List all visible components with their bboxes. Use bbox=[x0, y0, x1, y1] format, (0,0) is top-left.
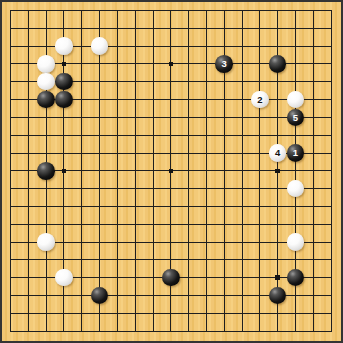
white-stone[interactable]: 2 bbox=[251, 91, 269, 109]
intersection-cell[interactable] bbox=[287, 180, 305, 198]
white-stone[interactable] bbox=[91, 37, 109, 55]
star-point bbox=[275, 275, 280, 280]
black-stone[interactable] bbox=[269, 55, 287, 73]
star-point-cell bbox=[162, 162, 180, 180]
white-stone[interactable] bbox=[287, 91, 305, 109]
black-stone[interactable] bbox=[37, 91, 55, 109]
intersection-cell[interactable]: 2 bbox=[251, 91, 269, 109]
intersection-cell[interactable] bbox=[287, 233, 305, 251]
intersection-cell[interactable] bbox=[37, 55, 55, 73]
star-point bbox=[62, 62, 67, 67]
star-point bbox=[169, 62, 174, 67]
intersection-cell[interactable] bbox=[269, 287, 287, 305]
black-stone[interactable] bbox=[91, 287, 109, 305]
white-stone[interactable] bbox=[37, 73, 55, 91]
black-stone[interactable] bbox=[162, 269, 180, 287]
black-stone[interactable]: 5 bbox=[287, 109, 305, 127]
white-stone[interactable] bbox=[55, 269, 73, 287]
intersection-cell[interactable] bbox=[37, 91, 55, 109]
intersection-cell[interactable] bbox=[162, 269, 180, 287]
go-board[interactable]: 32541 bbox=[0, 0, 343, 343]
star-point-cell bbox=[269, 162, 287, 180]
move-number-label: 2 bbox=[257, 95, 262, 105]
intersection-cell[interactable] bbox=[37, 162, 55, 180]
intersection-cell[interactable]: 4 bbox=[269, 144, 287, 162]
white-stone[interactable] bbox=[37, 55, 55, 73]
white-stone[interactable] bbox=[37, 233, 55, 251]
intersection-cell[interactable]: 1 bbox=[287, 144, 305, 162]
move-number-label: 3 bbox=[222, 59, 227, 69]
move-number-label: 5 bbox=[293, 113, 298, 123]
star-point bbox=[62, 169, 67, 174]
intersection-cell[interactable] bbox=[269, 55, 287, 73]
star-point bbox=[169, 169, 174, 174]
white-stone[interactable] bbox=[287, 180, 305, 198]
intersection-cell[interactable] bbox=[37, 233, 55, 251]
white-stone[interactable] bbox=[287, 233, 305, 251]
intersection-cell[interactable] bbox=[287, 91, 305, 109]
black-stone[interactable]: 3 bbox=[215, 55, 233, 73]
move-number-label: 4 bbox=[275, 148, 280, 158]
black-stone[interactable] bbox=[37, 162, 55, 180]
intersection-cell[interactable]: 3 bbox=[215, 55, 233, 73]
black-stone[interactable] bbox=[269, 287, 287, 305]
star-point-cell bbox=[269, 269, 287, 287]
intersection-cell[interactable] bbox=[55, 37, 73, 55]
intersection-cell[interactable] bbox=[55, 269, 73, 287]
star-point-cell bbox=[55, 55, 73, 73]
intersection-cell[interactable] bbox=[287, 269, 305, 287]
black-stone[interactable]: 1 bbox=[287, 144, 305, 162]
intersection-cell[interactable] bbox=[37, 73, 55, 91]
star-point-cell bbox=[162, 55, 180, 73]
star-point bbox=[275, 169, 280, 174]
black-stone[interactable] bbox=[55, 73, 73, 91]
intersection-cell[interactable]: 5 bbox=[287, 108, 305, 126]
white-stone[interactable]: 4 bbox=[269, 144, 287, 162]
intersection-cell[interactable] bbox=[91, 287, 109, 305]
black-stone[interactable] bbox=[287, 269, 305, 287]
intersection-cell[interactable] bbox=[55, 91, 73, 109]
star-point-cell bbox=[55, 162, 73, 180]
intersection-grid[interactable]: 32541 bbox=[2, 2, 340, 340]
intersection-cell[interactable] bbox=[91, 37, 109, 55]
black-stone[interactable] bbox=[55, 91, 73, 109]
move-number-label: 1 bbox=[293, 148, 298, 158]
intersection-cell[interactable] bbox=[55, 73, 73, 91]
white-stone[interactable] bbox=[55, 37, 73, 55]
